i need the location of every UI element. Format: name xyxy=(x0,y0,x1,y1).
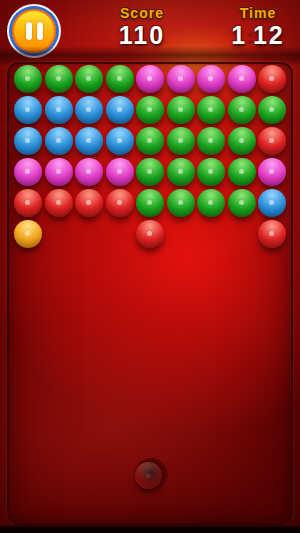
bubble-blue xyxy=(258,189,286,217)
bubble-magenta xyxy=(106,158,134,186)
bubble-green xyxy=(167,158,195,186)
bubble-blue xyxy=(106,127,134,155)
bubble-green xyxy=(197,158,225,186)
bubble-green xyxy=(228,96,256,124)
bubble-red xyxy=(75,189,103,217)
bubble-green xyxy=(258,96,286,124)
bubble-blue xyxy=(75,96,103,124)
bubble-green xyxy=(167,189,195,217)
bubble-magenta xyxy=(14,158,42,186)
bubble-green xyxy=(45,65,73,93)
game-screen: Score 110 Time 1:12 xyxy=(0,0,300,533)
bubble-green xyxy=(197,96,225,124)
bubble-green xyxy=(228,127,256,155)
bubble-green xyxy=(75,65,103,93)
bubble-green xyxy=(106,65,134,93)
bubble-blue xyxy=(75,127,103,155)
bubble-magenta xyxy=(136,65,164,93)
bubble-red xyxy=(106,189,134,217)
bubble-red xyxy=(258,65,286,93)
bubble-blue xyxy=(45,127,73,155)
bubble-blue xyxy=(14,127,42,155)
bubble-green xyxy=(167,96,195,124)
bubble-green xyxy=(228,189,256,217)
bubble-red xyxy=(258,127,286,155)
bubble-magenta xyxy=(197,65,225,93)
bubble-magenta xyxy=(167,65,195,93)
bubble-green xyxy=(136,189,164,217)
bubble-layer xyxy=(0,0,300,533)
shooter-socket xyxy=(134,458,168,491)
bottom-bar xyxy=(0,525,300,533)
bubble-red xyxy=(45,189,73,217)
bubble-green xyxy=(228,158,256,186)
bubble-orange xyxy=(14,220,42,248)
bubble-green xyxy=(136,96,164,124)
bubble-green xyxy=(197,189,225,217)
bubble-green xyxy=(136,158,164,186)
bubble-green xyxy=(14,65,42,93)
bubble-red xyxy=(258,220,286,248)
bubble-magenta xyxy=(75,158,103,186)
bubble-red xyxy=(136,220,164,248)
bubble-magenta xyxy=(45,158,73,186)
bubble-blue xyxy=(106,96,134,124)
bubble-magenta xyxy=(228,65,256,93)
bubble-green xyxy=(167,127,195,155)
bubble-green xyxy=(136,127,164,155)
bubble-blue xyxy=(14,96,42,124)
bubble-blue xyxy=(45,96,73,124)
bubble-magenta xyxy=(258,158,286,186)
bubble-green xyxy=(197,127,225,155)
bubble-red xyxy=(14,189,42,217)
